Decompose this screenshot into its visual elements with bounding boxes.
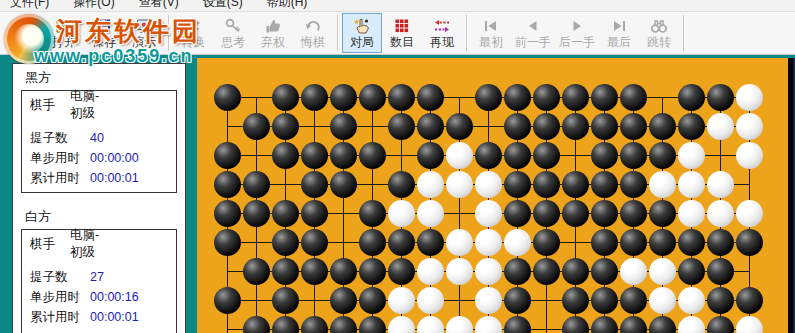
black-stone: [591, 229, 618, 256]
black-stone: [272, 142, 299, 169]
white-stone: [649, 287, 676, 314]
white-stone: [417, 258, 444, 285]
toolbar-button-label: 保存: [92, 36, 116, 49]
black-stone: [388, 171, 415, 198]
black-total-time-row: 累计用时 00:00:01: [30, 168, 176, 188]
white-player-value: 电脑-初级: [70, 227, 110, 261]
white-total-time-row: 累计用时 00:00:01: [30, 307, 176, 327]
black-stone: [330, 287, 357, 314]
black-stone: [272, 316, 299, 333]
toolbar-button-prev[interactable]: 前一手: [511, 13, 555, 53]
white-stone: [678, 287, 705, 314]
black-player-panel: 黑方 棋手 电脑-初级 提子数 40 单步用时 00:00:00: [21, 69, 177, 193]
white-player-row: 棋手 电脑-初级: [30, 234, 176, 254]
toolbar-button-next[interactable]: 后一手: [555, 13, 599, 53]
white-stone: [475, 200, 502, 227]
white-stone: [707, 200, 734, 227]
black-stone: [330, 84, 357, 111]
white-total-time-value: 00:00:01: [90, 310, 139, 324]
black-stone: [504, 113, 531, 140]
white-stone: [707, 113, 734, 140]
black-stone: [562, 258, 589, 285]
black-stone: [533, 200, 560, 227]
white-stone: [446, 142, 473, 169]
black-stone: [591, 200, 618, 227]
black-stone: [214, 84, 241, 111]
black-stone: [620, 287, 647, 314]
black-stone: [475, 84, 502, 111]
white-stone: [388, 316, 415, 333]
black-stone: [707, 229, 734, 256]
white-panel-title: 白方: [25, 208, 177, 226]
black-stone: [214, 287, 241, 314]
window-right-edge: [788, 58, 795, 333]
toolbar-button-undo[interactable]: 悔棋: [293, 13, 333, 53]
white-stone: [388, 287, 415, 314]
black-stone: [504, 258, 531, 285]
toolbar-button-label: 前一手: [515, 36, 551, 49]
black-stone: [533, 113, 560, 140]
black-stone: [591, 258, 618, 285]
white-stone: [678, 142, 705, 169]
black-stone: [620, 229, 647, 256]
black-stone: [272, 258, 299, 285]
black-stone: [243, 316, 270, 333]
toolbar-button-last[interactable]: 最后: [599, 13, 639, 53]
black-captures-row: 提子数 40: [30, 128, 176, 148]
black-stone: [272, 200, 299, 227]
black-player-label: 棋手: [30, 97, 70, 114]
black-stone: [301, 258, 328, 285]
black-stone: [533, 229, 560, 256]
black-total-time-label: 累计用时: [30, 170, 90, 187]
black-stone: [504, 171, 531, 198]
black-stone: [707, 258, 734, 285]
black-panel-groupbox: 棋手 电脑-初级 提子数 40 单步用时 00:00:00 累计用时 00:00…: [21, 90, 177, 193]
black-stone: [243, 258, 270, 285]
black-stone: [446, 113, 473, 140]
black-stone: [214, 171, 241, 198]
black-stone: [533, 142, 560, 169]
black-stone: [359, 142, 386, 169]
black-stone: [301, 84, 328, 111]
black-captures-value: 40: [90, 131, 104, 145]
black-stone: [301, 200, 328, 227]
black-stone: [533, 258, 560, 285]
toolbar-button-label: 新局: [12, 36, 36, 49]
black-stone: [330, 171, 357, 198]
white-move-time-row: 单步用时 00:00:16: [30, 287, 176, 307]
black-stone: [243, 113, 270, 140]
black-stone: [591, 142, 618, 169]
black-stone: [649, 142, 676, 169]
toolbar-button-label: 悔棋: [301, 36, 325, 49]
white-stone: [446, 258, 473, 285]
black-stone: [359, 258, 386, 285]
black-stone: [330, 316, 357, 333]
black-stone: [620, 200, 647, 227]
white-stone: [417, 316, 444, 333]
toolbar-separator: [466, 15, 467, 51]
toolbar-button-play[interactable]: 对局: [342, 13, 382, 53]
black-stone: [591, 113, 618, 140]
white-panel-groupbox: 棋手 电脑-初级 提子数 27 单步用时 00:00:16 累计用时 00:00…: [21, 229, 177, 333]
white-stone: [649, 258, 676, 285]
white-stone: [475, 316, 502, 333]
black-stone: [359, 287, 386, 314]
menu-item-3[interactable]: 设置(S): [193, 0, 257, 9]
white-stone: [475, 229, 502, 256]
white-stone: [736, 113, 763, 140]
toolbar-button-label: 再现: [430, 36, 454, 49]
white-stone: [417, 171, 444, 198]
black-player-row: 棋手 电脑-初级: [30, 95, 176, 115]
white-stone: [504, 229, 531, 256]
black-stone: [562, 171, 589, 198]
black-stone: [504, 200, 531, 227]
black-stone: [562, 316, 589, 333]
black-stone: [330, 142, 357, 169]
black-stone: [591, 171, 618, 198]
black-stone: [301, 142, 328, 169]
black-stone: [678, 113, 705, 140]
toolbar-button-label: 思考: [221, 36, 245, 49]
white-move-time-value: 00:00:16: [90, 290, 139, 304]
black-stone: [388, 258, 415, 285]
black-stone: [562, 200, 589, 227]
black-stone: [417, 113, 444, 140]
toolbar-button-label: 对局: [350, 36, 374, 49]
toolbar-button-count[interactable]: 数目: [382, 13, 422, 53]
black-stone: [301, 229, 328, 256]
white-stone: [475, 171, 502, 198]
toolbar-button-label: 演示: [132, 36, 156, 49]
white-stone: [475, 287, 502, 314]
black-stone: [330, 258, 357, 285]
white-captures-row: 提子数 27: [30, 267, 176, 287]
toolbar-separator: [168, 15, 169, 51]
white-stone: [678, 200, 705, 227]
toolbar-button-label: 数目: [390, 36, 414, 49]
black-captures-label: 提子数: [30, 130, 90, 147]
black-stone: [620, 113, 647, 140]
white-stone: [446, 171, 473, 198]
toolbar-button-label: 打开: [52, 36, 76, 49]
black-stone: [591, 287, 618, 314]
toolbar-button-label: 后一手: [559, 36, 595, 49]
black-stone: [475, 142, 502, 169]
black-stone: [388, 113, 415, 140]
black-stone: [243, 171, 270, 198]
black-stone: [533, 171, 560, 198]
toolbar-button-swap[interactable]: 转换: [173, 13, 213, 53]
black-stone: [620, 84, 647, 111]
game-info-panel: 黑方 棋手 电脑-初级 提子数 40 单步用时 00:00:00: [12, 63, 186, 333]
menu-item-4[interactable]: 帮助(H): [257, 0, 322, 9]
white-stone: [388, 200, 415, 227]
go-board[interactable]: [197, 58, 788, 333]
black-stone: [359, 84, 386, 111]
black-stone: [301, 316, 328, 333]
black-stone: [214, 200, 241, 227]
black-stone: [359, 200, 386, 227]
black-stone: [359, 229, 386, 256]
black-stone: [736, 287, 763, 314]
black-stone: [562, 84, 589, 111]
black-move-time-row: 单步用时 00:00:00: [30, 148, 176, 168]
toolbar-button-label: 跳转: [647, 36, 671, 49]
toolbar-button-replay[interactable]: 再现: [422, 13, 462, 53]
black-stone: [620, 316, 647, 333]
white-total-time-label: 累计用时: [30, 309, 90, 326]
white-player-panel: 白方 棋手 电脑-初级 提子数 27 单步用时 00:00:16: [21, 208, 177, 333]
white-stone: [446, 316, 473, 333]
black-stone: [707, 316, 734, 333]
black-stone: [504, 84, 531, 111]
black-stone: [707, 84, 734, 111]
white-stone: [678, 316, 705, 333]
black-stone: [649, 229, 676, 256]
black-stone: [504, 287, 531, 314]
black-stone: [214, 142, 241, 169]
toolbar-button-jump[interactable]: 跳转: [639, 13, 679, 53]
black-stone: [417, 229, 444, 256]
black-panel-title: 黑方: [25, 69, 177, 87]
white-stone: [417, 287, 444, 314]
toolbar-button-pass[interactable]: 弃权: [253, 13, 293, 53]
black-stone: [504, 142, 531, 169]
black-move-time-value: 00:00:00: [90, 151, 139, 165]
white-stone: [620, 258, 647, 285]
toolbar-button-save[interactable]: 保存: [84, 13, 124, 53]
black-stone: [272, 84, 299, 111]
black-stone: [649, 316, 676, 333]
black-stone: [678, 84, 705, 111]
toolbar-separator: [683, 15, 684, 51]
black-stone: [678, 229, 705, 256]
toolbar: 新局打开保存演示转换思考弃权悔棋对局数目再现最初前一手后一手最后跳转: [0, 11, 795, 55]
white-stone: [649, 171, 676, 198]
white-stone: [475, 258, 502, 285]
toolbar-button-label: 最初: [479, 36, 503, 49]
toolbar-button-label: 最后: [607, 36, 631, 49]
black-stone: [591, 316, 618, 333]
black-stone: [272, 287, 299, 314]
black-total-time-value: 00:00:01: [90, 171, 139, 185]
toolbar-button-new-game[interactable]: 新局: [4, 13, 44, 53]
black-move-time-label: 单步用时: [30, 150, 90, 167]
white-player-label: 棋手: [30, 236, 70, 253]
white-captures-value: 27: [90, 270, 104, 284]
white-stone: [446, 229, 473, 256]
toolbar-button-open[interactable]: 打开: [44, 13, 84, 53]
black-stone: [504, 316, 531, 333]
black-stone: [359, 316, 386, 333]
black-stone: [649, 113, 676, 140]
toolbar-button-first[interactable]: 最初: [471, 13, 511, 53]
black-stone: [649, 200, 676, 227]
black-player-value: 电脑-初级: [70, 88, 110, 122]
black-stone: [417, 84, 444, 111]
white-stone: [707, 171, 734, 198]
toolbar-button-think[interactable]: 思考: [213, 13, 253, 53]
black-stone: [301, 171, 328, 198]
black-stone: [562, 287, 589, 314]
menu-item-2[interactable]: 查看(V): [129, 0, 193, 9]
white-stone: [736, 84, 763, 111]
black-stone: [214, 229, 241, 256]
menu-item-0[interactable]: 文件(F): [0, 0, 63, 9]
black-stone: [707, 287, 734, 314]
black-stone: [736, 229, 763, 256]
black-stone: [562, 113, 589, 140]
black-stone: [388, 84, 415, 111]
menu-item-1[interactable]: 操作(O): [63, 0, 128, 9]
menu-bar: 文件(F)操作(O)查看(V)设置(S)帮助(H): [0, 0, 795, 11]
white-stone: [417, 200, 444, 227]
toolbar-button-label: 转换: [181, 36, 205, 49]
black-stone: [243, 200, 270, 227]
black-stone: [272, 113, 299, 140]
toolbar-button-demo[interactable]: 演示: [124, 13, 164, 53]
toolbar-separator: [337, 15, 338, 51]
white-stone: [736, 142, 763, 169]
black-stone: [272, 229, 299, 256]
white-stone: [736, 316, 763, 333]
black-stone: [620, 171, 647, 198]
black-stone: [678, 258, 705, 285]
black-stone: [533, 84, 560, 111]
toolbar-button-label: 弃权: [261, 36, 285, 49]
go-app-window: 文件(F)操作(O)查看(V)设置(S)帮助(H) 新局打开保存演示转换思考弃权…: [0, 0, 795, 333]
black-stone: [330, 113, 357, 140]
white-stone: [678, 171, 705, 198]
black-stone: [620, 142, 647, 169]
black-stone: [417, 142, 444, 169]
white-move-time-label: 单步用时: [30, 289, 90, 306]
white-stone: [736, 200, 763, 227]
white-captures-label: 提子数: [30, 269, 90, 286]
black-stone: [591, 84, 618, 111]
black-stone: [388, 229, 415, 256]
